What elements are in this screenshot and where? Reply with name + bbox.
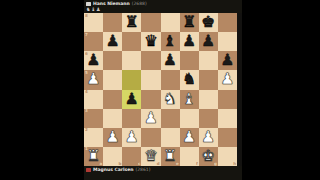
square-b1[interactable]: b (103, 147, 122, 166)
white-pawn[interactable]: ♟ (201, 128, 215, 147)
coord-file-f: f (196, 162, 198, 166)
square-b6[interactable] (103, 51, 122, 70)
square-a5[interactable]: 5♟ (84, 70, 103, 89)
square-c1[interactable]: c (122, 147, 141, 166)
white-bishop[interactable]: ♝ (182, 90, 196, 109)
square-e2[interactable] (161, 128, 180, 147)
coord-file-g: g (214, 162, 217, 166)
coord-rank-1: 1 (85, 147, 88, 151)
square-a3[interactable]: 3 (84, 109, 103, 128)
bottom-player-rating: (2861) (135, 168, 150, 173)
square-e4[interactable]: ♞ (161, 90, 180, 109)
coord-rank-7: 7 (85, 33, 88, 37)
white-knight[interactable]: ♞ (163, 90, 177, 109)
black-rook[interactable]: ♜ (182, 13, 196, 32)
white-pawn[interactable]: ♟ (144, 109, 158, 128)
chess-board: 8♜♜♚7♟♛♝♟♟6♟♟♟5♟♞♟4♟♞♝3♟2♟♟♟♟1a♜bcd♛e♜fg… (84, 13, 237, 166)
coord-rank-2: 2 (85, 128, 88, 132)
bottom-player-flag-icon (86, 168, 91, 172)
square-d1[interactable]: d♛ (141, 147, 160, 166)
square-d6[interactable] (141, 51, 160, 70)
coord-file-c: c (138, 162, 140, 166)
square-d7[interactable]: ♛ (141, 32, 160, 51)
square-d2[interactable] (141, 128, 160, 147)
square-f7[interactable]: ♟ (180, 32, 199, 51)
black-pawn[interactable]: ♟ (87, 51, 101, 70)
square-d5[interactable] (141, 70, 160, 89)
square-h4[interactable] (218, 90, 237, 109)
square-g4[interactable] (199, 90, 218, 109)
black-knight[interactable]: ♞ (182, 70, 196, 89)
square-e7[interactable]: ♝ (161, 32, 180, 51)
square-g7[interactable]: ♟ (199, 32, 218, 51)
square-c5[interactable] (122, 70, 141, 89)
square-f3[interactable] (180, 109, 199, 128)
square-d4[interactable] (141, 90, 160, 109)
white-pawn[interactable]: ♟ (182, 128, 196, 147)
square-e3[interactable] (161, 109, 180, 128)
black-rook[interactable]: ♜ (125, 13, 139, 32)
square-f4[interactable]: ♝ (180, 90, 199, 109)
black-queen[interactable]: ♛ (144, 32, 158, 51)
square-e5[interactable] (161, 70, 180, 89)
square-f6[interactable] (180, 51, 199, 70)
square-c2[interactable]: ♟ (122, 128, 141, 147)
square-h8[interactable] (218, 13, 237, 32)
top-player-captured-pieces: ♞♝♟ (86, 7, 240, 12)
square-c7[interactable] (122, 32, 141, 51)
square-d3[interactable]: ♟ (141, 109, 160, 128)
black-pawn[interactable]: ♟ (220, 51, 234, 70)
square-h3[interactable] (218, 109, 237, 128)
top-player-bar: Hans Niemann (2688) ♞♝♟ (84, 0, 242, 13)
square-b2[interactable]: ♟ (103, 128, 122, 147)
black-pawn[interactable]: ♟ (106, 32, 120, 51)
white-pawn[interactable]: ♟ (125, 128, 139, 147)
square-c4[interactable]: ♟ (122, 90, 141, 109)
square-a8[interactable]: 8 (84, 13, 103, 32)
square-h7[interactable] (218, 32, 237, 51)
white-rook[interactable]: ♜ (87, 147, 101, 166)
coord-file-h: h (233, 162, 236, 166)
square-f5[interactable]: ♞ (180, 70, 199, 89)
black-pawn[interactable]: ♟ (125, 90, 139, 109)
square-b7[interactable]: ♟ (103, 32, 122, 51)
bottom-player-name: Magnus Carlsen (93, 168, 133, 173)
video-frame: Hans Niemann (2688) ♞♝♟ 8♜♜♚7♟♛♝♟♟6♟♟♟5♟… (0, 0, 320, 180)
square-e8[interactable] (161, 13, 180, 32)
square-g6[interactable] (199, 51, 218, 70)
black-bishop[interactable]: ♝ (163, 32, 177, 51)
coord-rank-3: 3 (85, 109, 88, 113)
square-h6[interactable]: ♟ (218, 51, 237, 70)
square-g1[interactable]: g♚ (199, 147, 218, 166)
coord-file-b: b (118, 162, 121, 166)
square-g8[interactable]: ♚ (199, 13, 218, 32)
square-e6[interactable]: ♟ (161, 51, 180, 70)
square-b3[interactable] (103, 109, 122, 128)
square-g2[interactable]: ♟ (199, 128, 218, 147)
black-king[interactable]: ♚ (201, 13, 215, 32)
square-h2[interactable] (218, 128, 237, 147)
coord-file-a: a (99, 162, 102, 166)
coord-file-e: e (176, 162, 179, 166)
square-d8[interactable] (141, 13, 160, 32)
square-a6[interactable]: 6♟ (84, 51, 103, 70)
square-b8[interactable] (103, 13, 122, 32)
square-f2[interactable]: ♟ (180, 128, 199, 147)
square-b4[interactable] (103, 90, 122, 109)
coord-rank-6: 6 (85, 52, 88, 56)
top-player-rating: (2688) (132, 2, 147, 7)
black-pawn[interactable]: ♟ (163, 51, 177, 70)
square-c8[interactable]: ♜ (122, 13, 141, 32)
square-h5[interactable]: ♟ (218, 70, 237, 89)
square-c3[interactable] (122, 109, 141, 128)
square-a1[interactable]: 1a♜ (84, 147, 103, 166)
white-pawn[interactable]: ♟ (106, 128, 120, 147)
square-a7[interactable]: 7 (84, 32, 103, 51)
square-f8[interactable]: ♜ (180, 13, 199, 32)
white-pawn[interactable]: ♟ (87, 70, 101, 89)
square-c6[interactable] (122, 51, 141, 70)
coord-rank-8: 8 (85, 14, 88, 18)
square-a2[interactable]: 2 (84, 128, 103, 147)
black-pawn[interactable]: ♟ (201, 32, 215, 51)
white-pawn[interactable]: ♟ (220, 70, 234, 89)
square-h1[interactable]: h (218, 147, 237, 166)
square-g3[interactable] (199, 109, 218, 128)
square-g5[interactable] (199, 70, 218, 89)
game-panel: Hans Niemann (2688) ♞♝♟ 8♜♜♚7♟♛♝♟♟6♟♟♟5♟… (84, 0, 242, 180)
square-a4[interactable]: 4 (84, 90, 103, 109)
coord-file-d: d (157, 162, 160, 166)
coord-rank-4: 4 (85, 90, 88, 94)
square-f1[interactable]: f (180, 147, 199, 166)
black-pawn[interactable]: ♟ (182, 32, 196, 51)
square-b5[interactable] (103, 70, 122, 89)
bottom-player-bar: Magnus Carlsen (2861) (84, 166, 242, 180)
square-e1[interactable]: e♜ (161, 147, 180, 166)
coord-rank-5: 5 (85, 71, 88, 75)
